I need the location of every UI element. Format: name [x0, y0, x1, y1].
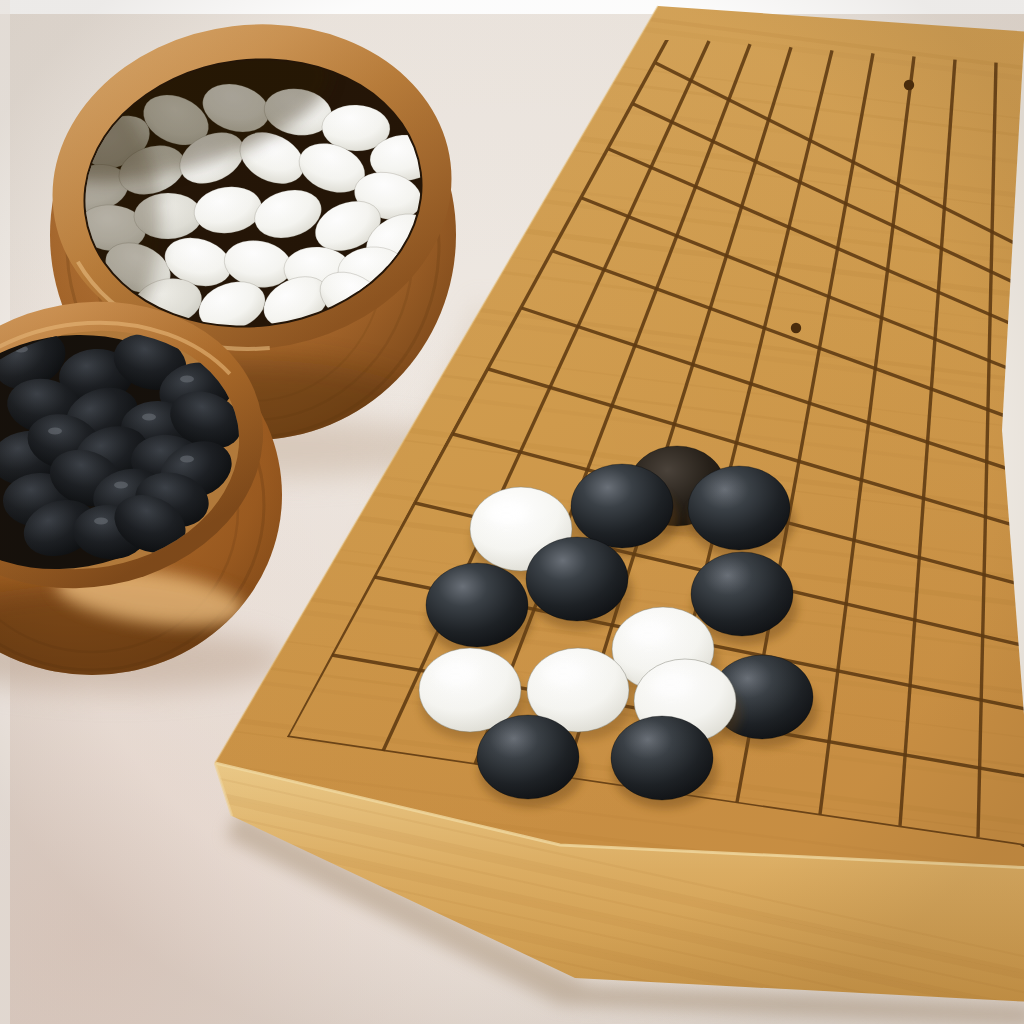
scene	[0, 0, 1024, 1024]
go-set-photo	[0, 0, 1024, 1024]
vignette	[0, 0, 1024, 1024]
